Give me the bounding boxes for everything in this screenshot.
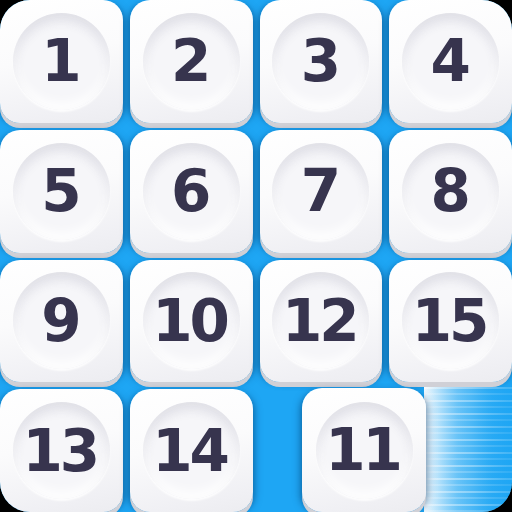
puzzle-board: 1 2 3 4 5 6 7 8 9 10 12 15 13 14 11 (0, 0, 512, 512)
tile-number: 13 (23, 422, 101, 480)
tile-4[interactable]: 4 (389, 0, 512, 123)
tile-9[interactable]: 9 (0, 260, 123, 383)
tile-number: 11 (325, 421, 403, 479)
tile-3[interactable]: 3 (260, 0, 383, 123)
tile-1[interactable]: 1 (0, 0, 123, 123)
tile-15[interactable]: 15 (389, 260, 512, 383)
tile-number: 9 (41, 292, 81, 350)
tile-2[interactable]: 2 (130, 0, 253, 123)
tile-number: 7 (301, 162, 341, 220)
tile-7[interactable]: 7 (260, 130, 383, 253)
tile-number: 2 (171, 32, 211, 90)
tile-number: 1 (41, 32, 81, 90)
tile-8[interactable]: 8 (389, 130, 512, 253)
tile-10[interactable]: 10 (130, 260, 253, 383)
tile-11[interactable]: 11 (302, 388, 426, 512)
tile-number: 10 (152, 292, 230, 350)
tile-number: 12 (282, 292, 360, 350)
motion-blur-trail (424, 387, 512, 512)
tile-number: 8 (430, 162, 470, 220)
tile-6[interactable]: 6 (130, 130, 253, 253)
tile-number: 6 (171, 162, 211, 220)
tile-12[interactable]: 12 (260, 260, 383, 383)
tile-number: 5 (41, 162, 81, 220)
tile-5[interactable]: 5 (0, 130, 123, 253)
tile-14[interactable]: 14 (130, 389, 253, 512)
tile-13[interactable]: 13 (0, 389, 123, 512)
tile-number: 15 (412, 292, 490, 350)
tile-number: 3 (301, 32, 341, 90)
tile-number: 14 (152, 422, 230, 480)
tile-number: 4 (430, 32, 470, 90)
